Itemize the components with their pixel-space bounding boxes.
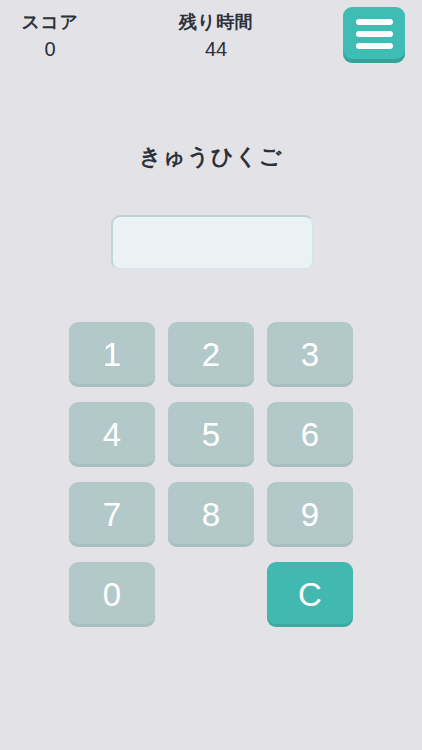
- score-value: 0: [16, 38, 84, 60]
- menu-button[interactable]: [343, 7, 405, 63]
- question-text: きゅうひくご: [0, 142, 422, 172]
- key-1[interactable]: 1: [69, 322, 155, 387]
- time-value: 44: [168, 38, 264, 60]
- time-label: 残り時間: [168, 12, 264, 34]
- key-9[interactable]: 9: [267, 482, 353, 547]
- key-8[interactable]: 8: [168, 482, 254, 547]
- time-block: 残り時間 44: [168, 12, 264, 60]
- key-7[interactable]: 7: [69, 482, 155, 547]
- key-clear[interactable]: C: [267, 562, 353, 627]
- hamburger-bar: [356, 19, 393, 25]
- key-0[interactable]: 0: [69, 562, 155, 627]
- score-block: スコア 0: [16, 12, 84, 60]
- key-5[interactable]: 5: [168, 402, 254, 467]
- key-6[interactable]: 6: [267, 402, 353, 467]
- keypad: 1 2 3 4 5 6 7 8 9 0 C: [69, 322, 353, 627]
- key-4[interactable]: 4: [69, 402, 155, 467]
- hamburger-bar: [356, 31, 393, 37]
- hamburger-bar: [356, 43, 393, 49]
- key-3[interactable]: 3: [267, 322, 353, 387]
- answer-input[interactable]: [111, 215, 314, 270]
- score-label: スコア: [16, 12, 84, 34]
- key-2[interactable]: 2: [168, 322, 254, 387]
